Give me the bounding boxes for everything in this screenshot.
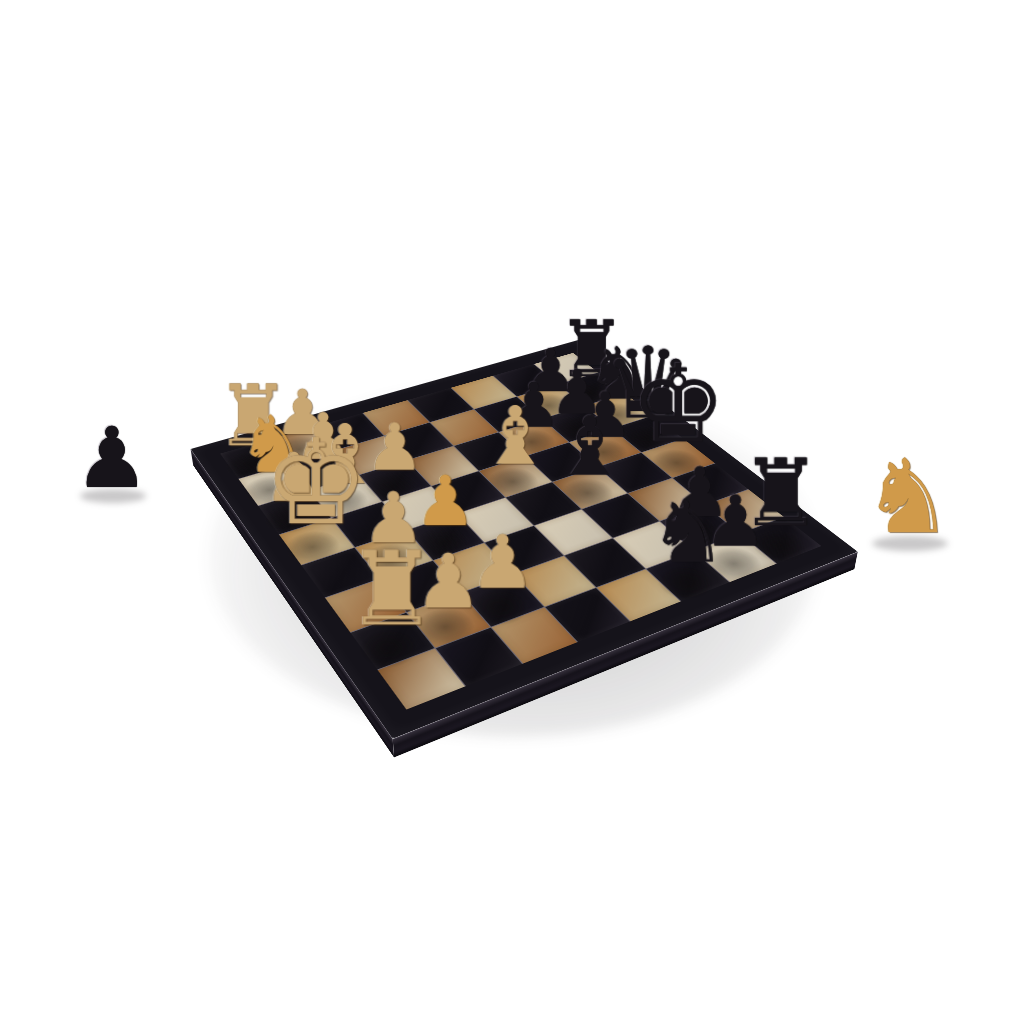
chess-board: ♜♟♞♟♟♝♟♚♝♟♟♜♟♟♟♜♟♟♞♟♛♚♝♟♞♟♜ [191, 340, 858, 739]
captured-white-knight: ♞ [848, 446, 968, 548]
square-e2 [565, 539, 645, 588]
square-a3 [325, 579, 406, 632]
square-b3 [381, 561, 461, 612]
square-d4 [458, 498, 533, 542]
square-b5 [332, 502, 406, 547]
square-e3 [535, 510, 612, 556]
square-d3 [485, 526, 563, 573]
square-d1 [545, 588, 629, 642]
product-photo-stage: ♜♟♞♟♟♝♟♚♝♟♟♜♟♟♟♜♟♟♞♟♛♚♝♟♞♟♜ ♟ ♞ [0, 0, 1024, 1024]
square-f2 [613, 522, 693, 569]
captured-black-pawn: ♟ [52, 416, 172, 500]
